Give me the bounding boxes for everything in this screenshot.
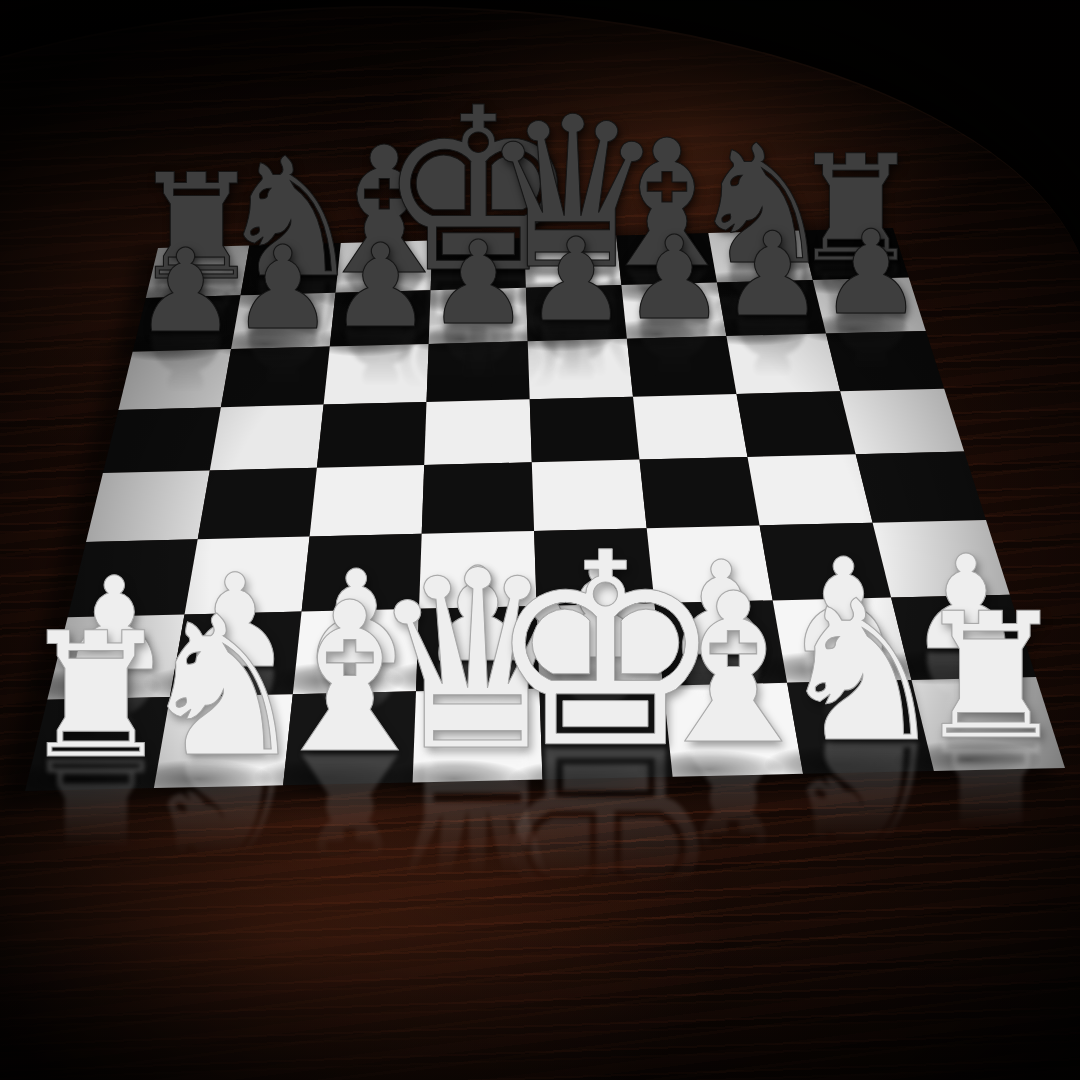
square-a4[interactable]: [86, 470, 210, 542]
white-rook-icon: ♜: [913, 594, 1069, 759]
piece-black-pawn-h7[interactable]: ♟♟: [819, 218, 923, 328]
square-b4[interactable]: [198, 468, 317, 540]
square-h4[interactable]: [856, 451, 986, 522]
piece-white-rook-h1[interactable]: ♜♜: [913, 594, 1069, 759]
square-g4[interactable]: [748, 454, 873, 525]
black-pawn-icon: ♟: [819, 218, 923, 328]
scene: ♜♜♞♞♝♝♚♚♛♛♝♝♞♞♜♜♟♟♟♟♟♟♟♟♟♟♟♟♟♟♟♟♟♟♟♟♟♟♟♟…: [0, 0, 1080, 1080]
